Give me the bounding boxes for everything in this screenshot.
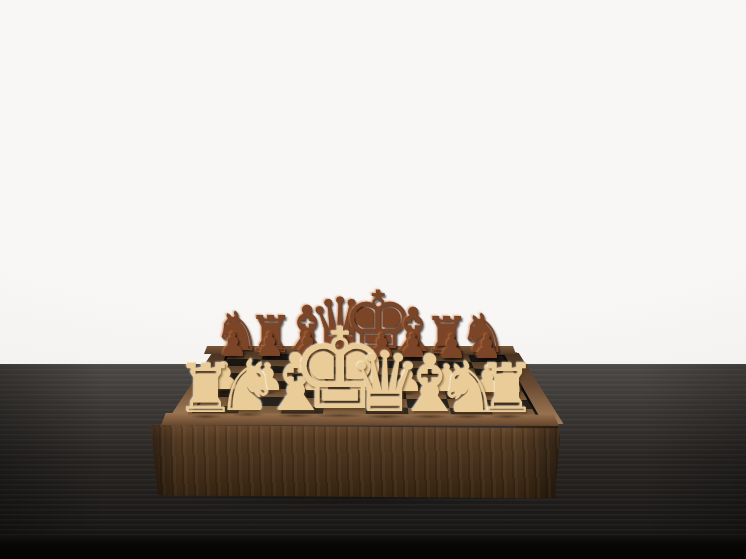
chess-board (168, 349, 565, 424)
product-photo-scene: ♞♜♝♛♚♝♜♞♟♟♟♟♟♟♟♟♟♟♟♟♟♟♟♟♜♞♝♚♛♝♞♜ (0, 0, 746, 559)
board-plane (168, 349, 564, 424)
square-e2 (366, 398, 408, 407)
board-rim (168, 349, 564, 424)
square-a2 (199, 397, 245, 406)
table-front-edge (0, 535, 746, 559)
square-g2 (447, 399, 491, 408)
square-h2 (487, 399, 532, 408)
board-back-lip (204, 346, 516, 354)
square-b2 (241, 397, 285, 406)
square-d2 (324, 398, 366, 407)
board-grid (190, 352, 541, 419)
square-c2 (283, 397, 326, 406)
background-wall (0, 0, 746, 365)
square-f2 (406, 399, 449, 408)
board-front-lip (161, 413, 559, 426)
chess-box-front-face (150, 424, 560, 499)
